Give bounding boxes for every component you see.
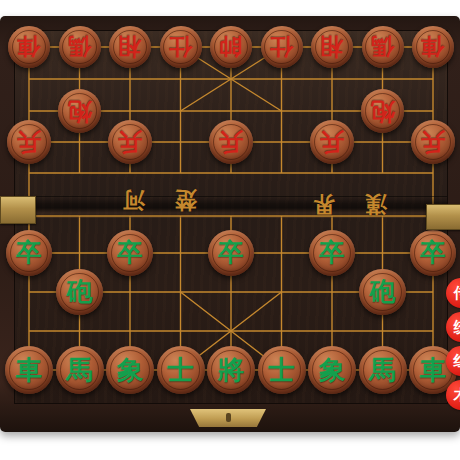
piece-red-兵[interactable]: 兵 — [108, 120, 152, 164]
piece-character: 兵 — [118, 130, 142, 154]
piece-green-士[interactable]: 士 — [258, 346, 306, 394]
river-text-chu-he: 楚河 — [93, 189, 197, 211]
piece-green-象[interactable]: 象 — [106, 346, 154, 394]
river-text-han-jie: 漢界 — [283, 193, 387, 215]
piece-green-將[interactable]: 將 — [207, 346, 255, 394]
brass-hinge-left — [0, 196, 36, 224]
piece-character: 卒 — [16, 240, 41, 265]
piece-red-仕[interactable]: 仕 — [261, 26, 303, 68]
piece-green-卒[interactable]: 卒 — [208, 230, 254, 276]
piece-character: 傌 — [68, 35, 91, 58]
piece-green-馬[interactable]: 馬 — [359, 346, 407, 394]
xiangqi-photo-stage: 楚河 漢界 俥傌相仕帥仕相傌俥炮炮兵兵兵兵兵卒卒卒卒卒砲砲車馬象士將士象馬車 传… — [0, 0, 460, 460]
piece-red-相[interactable]: 相 — [311, 26, 353, 68]
piece-red-炮[interactable]: 炮 — [58, 89, 101, 132]
piece-character: 卒 — [218, 240, 243, 265]
xiangqi-board[interactable]: 楚河 漢界 俥傌相仕帥仕相傌俥炮炮兵兵兵兵兵卒卒卒卒卒砲砲車馬象士將士象馬車 — [14, 30, 448, 404]
piece-character: 傌 — [371, 35, 394, 58]
piece-character: 兵 — [320, 130, 344, 154]
piece-green-卒[interactable]: 卒 — [107, 230, 153, 276]
piece-character: 將 — [218, 357, 244, 383]
piece-red-俥[interactable]: 俥 — [412, 26, 454, 68]
piece-character: 相 — [320, 35, 343, 58]
piece-red-兵[interactable]: 兵 — [310, 120, 354, 164]
piece-character: 士 — [167, 357, 193, 383]
piece-red-俥[interactable]: 俥 — [8, 26, 50, 68]
piece-character: 馬 — [66, 357, 92, 383]
piece-green-馬[interactable]: 馬 — [56, 346, 104, 394]
piece-character: 兵 — [421, 130, 445, 154]
piece-character: 仕 — [270, 35, 293, 58]
piece-character: 卒 — [319, 240, 344, 265]
piece-red-炮[interactable]: 炮 — [361, 89, 404, 132]
piece-red-相[interactable]: 相 — [109, 26, 151, 68]
piece-red-傌[interactable]: 傌 — [362, 26, 404, 68]
piece-green-卒[interactable]: 卒 — [410, 230, 456, 276]
piece-character: 車 — [16, 357, 42, 383]
piece-character: 兵 — [219, 130, 243, 154]
piece-red-兵[interactable]: 兵 — [411, 120, 455, 164]
piece-character: 砲 — [67, 279, 93, 305]
piece-green-象[interactable]: 象 — [308, 346, 356, 394]
piece-character: 士 — [268, 357, 294, 383]
piece-red-兵[interactable]: 兵 — [7, 120, 51, 164]
piece-green-卒[interactable]: 卒 — [6, 230, 52, 276]
piece-character: 仕 — [169, 35, 192, 58]
piece-character: 馬 — [369, 357, 395, 383]
piece-character: 帥 — [219, 35, 242, 58]
piece-character: 象 — [319, 357, 345, 383]
brass-latch — [190, 409, 266, 427]
piece-green-士[interactable]: 士 — [157, 346, 205, 394]
piece-character: 炮 — [68, 99, 92, 123]
piece-red-傌[interactable]: 傌 — [59, 26, 101, 68]
piece-character: 卒 — [117, 240, 142, 265]
piece-green-砲[interactable]: 砲 — [359, 269, 406, 316]
piece-red-帥[interactable]: 帥 — [210, 26, 252, 68]
piece-red-仕[interactable]: 仕 — [160, 26, 202, 68]
piece-character: 象 — [117, 357, 143, 383]
piece-character: 兵 — [17, 130, 41, 154]
brass-hinge-right — [426, 204, 460, 230]
piece-green-砲[interactable]: 砲 — [56, 269, 103, 316]
piece-character: 俥 — [421, 35, 444, 58]
piece-character: 卒 — [420, 240, 445, 265]
piece-green-卒[interactable]: 卒 — [309, 230, 355, 276]
piece-green-車[interactable]: 車 — [5, 346, 53, 394]
piece-character: 炮 — [371, 99, 395, 123]
piece-red-兵[interactable]: 兵 — [209, 120, 253, 164]
piece-character: 砲 — [370, 279, 396, 305]
latch-slot — [226, 413, 231, 422]
piece-character: 相 — [118, 35, 141, 58]
piece-character: 俥 — [17, 35, 40, 58]
piece-character: 車 — [420, 357, 446, 383]
